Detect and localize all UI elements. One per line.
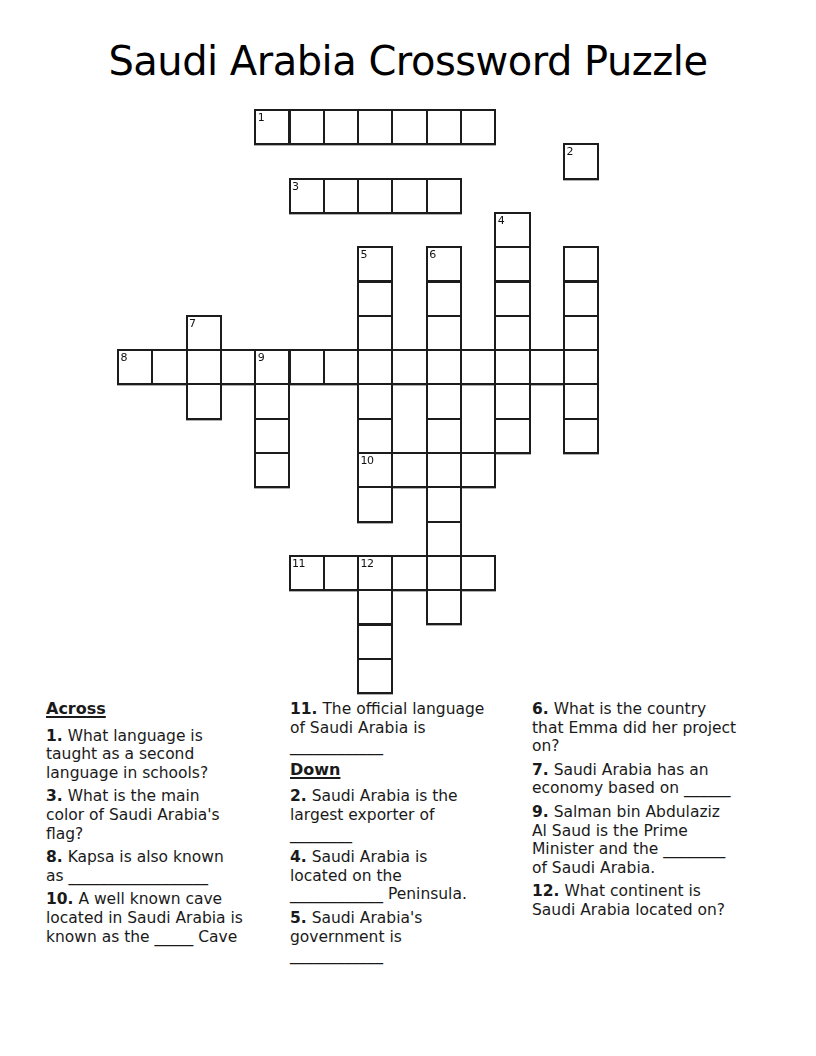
grid-cell[interactable] — [357, 383, 393, 419]
clue-column-left: Across 1. What language is taught as a s… — [46, 700, 286, 951]
grid-cell[interactable] — [357, 486, 393, 522]
grid-cell[interactable] — [426, 486, 462, 522]
cell-number: 6 — [429, 249, 436, 260]
cell-number: 10 — [361, 455, 374, 466]
crossword-page: Saudi Arabia Crossword Puzzle 1234567891… — [0, 0, 816, 1056]
cell-number: 7 — [189, 318, 196, 329]
grid-cell[interactable] — [426, 555, 462, 591]
clue-number: 12. — [532, 882, 559, 900]
grid-cell[interactable] — [220, 349, 256, 385]
clue-text: Saudi Arabia's government is ___________… — [290, 909, 422, 964]
grid-cell[interactable] — [254, 383, 290, 419]
grid-cell[interactable] — [494, 383, 530, 419]
grid-cell[interactable] — [494, 246, 530, 282]
grid-cell[interactable] — [460, 109, 496, 145]
grid-cell[interactable] — [289, 109, 325, 145]
cell-number: 11 — [292, 558, 305, 569]
down-header: Down — [290, 761, 528, 780]
grid-cell[interactable] — [529, 349, 565, 385]
grid-cell[interactable] — [426, 521, 462, 557]
grid-cell[interactable] — [563, 246, 599, 282]
grid-cell[interactable] — [391, 452, 427, 488]
grid-cell[interactable] — [357, 178, 393, 214]
clue-text: A well known cave located in Saudi Arabi… — [46, 890, 243, 945]
clue-text: What is the main color of Saudi Arabia's… — [46, 787, 220, 842]
clue-number: 7. — [532, 761, 549, 779]
grid-cell[interactable] — [391, 555, 427, 591]
clue-number: 1. — [46, 727, 63, 745]
clue-text: Saudi Arabia has an economy based on ___… — [532, 761, 731, 798]
across-header: Across — [46, 700, 286, 719]
grid-cell[interactable] — [357, 624, 393, 660]
grid-cell[interactable] — [391, 109, 427, 145]
grid-cell[interactable] — [391, 178, 427, 214]
grid-cell[interactable] — [563, 383, 599, 419]
cell-number: 9 — [258, 352, 265, 363]
clue-down-7: 7. Saudi Arabia has an economy based on … — [532, 761, 780, 798]
clue-down-5: 5. Saudi Arabia's government is ________… — [290, 909, 528, 965]
clue-number: 9. — [532, 803, 549, 821]
grid-cell[interactable] — [254, 418, 290, 454]
grid-cell[interactable] — [460, 349, 496, 385]
clue-down-12: 12. What continent is Saudi Arabia locat… — [532, 882, 780, 919]
grid-cell[interactable] — [357, 109, 393, 145]
clue-column-right: 6. What is the country that Emma did her… — [532, 700, 780, 925]
clue-down-6: 6. What is the country that Emma did her… — [532, 700, 780, 756]
clue-number: 10. — [46, 890, 73, 908]
clue-text: What is the country that Emma did her pr… — [532, 700, 736, 755]
grid-cell[interactable] — [357, 658, 393, 694]
grid-cell[interactable] — [426, 383, 462, 419]
clue-number: 11. — [290, 700, 317, 718]
grid-cell[interactable] — [357, 418, 393, 454]
clue-text: Salman bin Abdulaziz Al Saud is the Prim… — [532, 803, 725, 877]
grid-cell[interactable] — [563, 418, 599, 454]
grid-cell[interactable] — [426, 452, 462, 488]
clue-across-10: 10. A well known cave located in Saudi A… — [46, 890, 286, 946]
grid-cell[interactable] — [323, 178, 359, 214]
clue-number: 8. — [46, 848, 63, 866]
clue-down-4: 4. Saudi Arabia is located on the ______… — [290, 848, 528, 904]
grid-cell[interactable] — [357, 281, 393, 317]
grid-cell[interactable] — [563, 281, 599, 317]
clue-text: Saudi Arabia is the largest exporter of … — [290, 787, 458, 842]
grid-cell[interactable] — [494, 281, 530, 317]
grid-cell[interactable] — [494, 418, 530, 454]
grid-cell[interactable] — [323, 109, 359, 145]
clue-down-2: 2. Saudi Arabia is the largest exporter … — [290, 787, 528, 843]
cell-number: 2 — [566, 146, 573, 157]
grid-cell[interactable] — [426, 315, 462, 351]
clue-text: Kapsa is also known as _________________… — [46, 848, 224, 885]
grid-cell[interactable] — [151, 349, 187, 385]
grid-cell[interactable] — [186, 349, 222, 385]
grid-cell[interactable] — [357, 589, 393, 625]
grid-cell[interactable] — [186, 383, 222, 419]
grid-cell[interactable] — [357, 349, 393, 385]
grid-cell[interactable] — [460, 452, 496, 488]
clue-text: The official language of Saudi Arabia is… — [290, 700, 484, 755]
clue-number: 2. — [290, 787, 307, 805]
grid-cell[interactable] — [254, 452, 290, 488]
puzzle-title: Saudi Arabia Crossword Puzzle — [0, 38, 816, 84]
clue-across-8: 8. Kapsa is also known as ______________… — [46, 848, 286, 885]
clue-text: Saudi Arabia is located on the _________… — [290, 848, 467, 903]
grid-cell[interactable] — [391, 349, 427, 385]
grid-cell[interactable] — [426, 589, 462, 625]
grid-cell[interactable] — [494, 349, 530, 385]
clue-number: 4. — [290, 848, 307, 866]
clue-number: 6. — [532, 700, 549, 718]
grid-cell[interactable] — [494, 315, 530, 351]
clue-across-1: 1. What language is taught as a second l… — [46, 727, 286, 783]
clue-text: What continent is Saudi Arabia located o… — [532, 882, 725, 919]
clue-across-11: 11. The official language of Saudi Arabi… — [290, 700, 528, 756]
clue-column-middle: 11. The official language of Saudi Arabi… — [290, 700, 528, 970]
clue-text: What language is taught as a second lang… — [46, 727, 208, 782]
grid-cell[interactable] — [563, 315, 599, 351]
clue-number: 5. — [290, 909, 307, 927]
clue-across-3: 3. What is the main color of Saudi Arabi… — [46, 787, 286, 843]
grid-cell[interactable] — [426, 109, 462, 145]
cell-number: 12 — [361, 558, 374, 569]
grid-cell[interactable] — [357, 315, 393, 351]
grid-cell[interactable] — [323, 555, 359, 591]
crossword-grid: 123456789101112 — [117, 109, 600, 695]
grid-cell[interactable] — [426, 281, 462, 317]
grid-cell[interactable] — [323, 349, 359, 385]
grid-cell[interactable] — [426, 418, 462, 454]
cell-number: 5 — [361, 249, 368, 260]
cell-number: 1 — [258, 112, 265, 123]
cell-number: 8 — [121, 352, 128, 363]
cell-number: 4 — [498, 215, 505, 226]
grid-cell[interactable] — [426, 178, 462, 214]
grid-cell[interactable] — [426, 349, 462, 385]
cell-number: 3 — [292, 181, 299, 192]
grid-cell[interactable] — [563, 349, 599, 385]
clue-down-9: 9. Salman bin Abdulaziz Al Saud is the P… — [532, 803, 780, 877]
grid-cell[interactable] — [460, 555, 496, 591]
grid-cell[interactable] — [289, 349, 325, 385]
clue-number: 3. — [46, 787, 63, 805]
